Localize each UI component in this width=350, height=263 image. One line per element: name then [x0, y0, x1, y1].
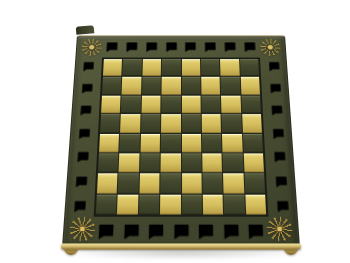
greek-key-icon [80, 82, 93, 93]
square-e4 [181, 134, 201, 153]
meander-border-left [71, 61, 96, 213]
square-e2 [182, 174, 202, 194]
square-d1 [160, 194, 180, 214]
greek-key-icon [79, 104, 93, 116]
greek-key-icon [145, 41, 158, 52]
square-h3 [243, 153, 264, 172]
square-c3 [140, 153, 160, 172]
square-d5 [161, 114, 180, 132]
square-c1 [139, 194, 160, 214]
square-b1 [117, 194, 138, 214]
greek-key-icon [222, 222, 241, 240]
square-a8 [103, 59, 122, 76]
sun-icon [69, 217, 96, 242]
square-a7 [102, 77, 122, 94]
square-g5 [222, 114, 242, 132]
square-c7 [142, 77, 161, 94]
square-c6 [141, 95, 160, 113]
square-b5 [120, 114, 140, 132]
square-c5 [141, 114, 161, 132]
square-b2 [118, 174, 139, 194]
photo-background: { "game": "chess", "scene": "Overhead ph… [0, 0, 350, 263]
greek-key-icon [105, 41, 119, 52]
square-h7 [240, 77, 260, 94]
meander-border-top [105, 40, 257, 53]
greek-key-icon [172, 222, 190, 240]
meander-border-bottom [97, 222, 266, 241]
square-d4 [161, 134, 181, 153]
square-e7 [181, 77, 200, 94]
square-g1 [224, 194, 245, 214]
sun-icon [81, 39, 102, 56]
greek-key-icon [82, 61, 95, 72]
square-b3 [119, 153, 139, 172]
greek-key-icon [197, 222, 215, 240]
greek-key-icon [184, 41, 197, 52]
square-a2 [97, 174, 118, 194]
square-b6 [121, 95, 141, 113]
square-f3 [202, 153, 222, 172]
square-a6 [101, 95, 121, 113]
greek-key-icon [269, 82, 282, 93]
square-g7 [221, 77, 240, 94]
greek-key-icon [147, 222, 165, 240]
greek-key-icon [76, 151, 90, 163]
greek-key-icon [267, 61, 280, 72]
square-c4 [140, 134, 160, 153]
square-a4 [99, 134, 119, 153]
square-e5 [181, 114, 200, 132]
greek-key-icon [77, 127, 91, 139]
square-g3 [223, 153, 243, 172]
sun-icon [266, 217, 293, 242]
square-a3 [98, 153, 119, 172]
greek-key-icon [272, 151, 286, 163]
square-a5 [100, 114, 120, 132]
board-grid [94, 58, 269, 217]
sun-icon [260, 39, 281, 56]
greek-key-icon [164, 41, 177, 52]
square-b8 [123, 59, 142, 76]
square-d2 [160, 174, 180, 194]
square-f7 [201, 77, 220, 94]
greek-key-icon [72, 200, 86, 213]
square-h8 [240, 59, 259, 76]
square-a1 [96, 194, 117, 214]
greek-key-icon [275, 200, 289, 213]
square-h2 [244, 174, 265, 194]
square-e1 [182, 194, 202, 214]
square-d8 [162, 59, 181, 76]
square-d7 [162, 77, 181, 94]
greek-key-icon [246, 222, 265, 240]
board-frame [62, 36, 300, 247]
board-shadow [58, 249, 306, 259]
square-g4 [222, 134, 242, 153]
greek-key-icon [274, 175, 288, 188]
square-c8 [142, 59, 161, 76]
square-b4 [120, 134, 140, 153]
square-h5 [242, 114, 262, 132]
greek-key-icon [125, 41, 139, 52]
square-f1 [203, 194, 224, 214]
greek-key-icon [122, 222, 141, 240]
greek-key-icon [243, 41, 257, 52]
square-b7 [122, 77, 141, 94]
square-h4 [243, 134, 263, 153]
greek-key-icon [74, 175, 88, 188]
square-h6 [241, 95, 261, 113]
square-c2 [139, 174, 159, 194]
square-h1 [245, 194, 266, 214]
square-d3 [161, 153, 181, 172]
square-f4 [202, 134, 222, 153]
square-g6 [221, 95, 241, 113]
square-e3 [182, 153, 202, 172]
brass-rim [61, 243, 301, 249]
greek-key-icon [97, 222, 116, 240]
square-d6 [161, 95, 180, 113]
square-g2 [223, 174, 244, 194]
square-g8 [220, 59, 239, 76]
chessboard [62, 36, 300, 247]
board-corner-edge [76, 25, 95, 35]
square-f2 [202, 174, 222, 194]
square-f5 [202, 114, 222, 132]
greek-key-icon [270, 104, 284, 116]
greek-key-icon [271, 127, 285, 139]
square-f8 [201, 59, 220, 76]
square-e8 [181, 59, 200, 76]
greek-key-icon [223, 41, 237, 52]
greek-key-icon [204, 41, 217, 52]
square-f6 [201, 95, 220, 113]
meander-border-right [266, 61, 291, 213]
square-e6 [181, 95, 200, 113]
